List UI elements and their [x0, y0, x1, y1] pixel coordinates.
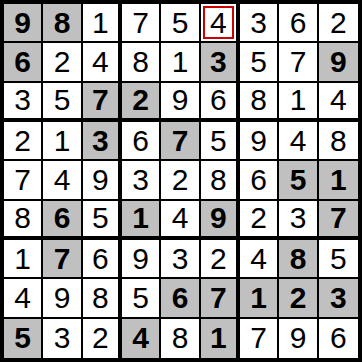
- cell-r9c8[interactable]: 9: [279, 319, 318, 358]
- cell-r1c8[interactable]: 6: [279, 4, 318, 43]
- cell-digit: 8: [54, 8, 71, 38]
- cell-r8c5[interactable]: 6: [161, 279, 200, 318]
- cell-r7c7[interactable]: 4: [240, 240, 279, 279]
- cell-digit: 8: [172, 323, 189, 353]
- cell-digit: 4: [14, 283, 31, 313]
- cell-digit: 9: [92, 165, 109, 195]
- cell-r1c1[interactable]: 9: [4, 4, 43, 43]
- cell-r9c2[interactable]: 3: [43, 319, 82, 358]
- cell-digit: 7: [54, 244, 71, 274]
- cell-r3c9[interactable]: 4: [319, 83, 358, 122]
- cell-r6c8[interactable]: 3: [279, 201, 318, 240]
- cell-digit: 9: [172, 85, 189, 115]
- cell-digit: 6: [132, 126, 149, 156]
- cell-r4c6[interactable]: 5: [201, 122, 240, 161]
- cell-r1c2[interactable]: 8: [43, 4, 82, 43]
- cell-digit: 6: [250, 165, 267, 195]
- cell-r1c9[interactable]: 2: [319, 4, 358, 43]
- cell-r5c8[interactable]: 5: [279, 161, 318, 200]
- cell-digit: 5: [330, 244, 347, 274]
- cell-r5c1[interactable]: 7: [4, 161, 43, 200]
- cell-r6c9[interactable]: 7: [319, 201, 358, 240]
- cell-digit: 3: [172, 244, 189, 274]
- cell-digit: 1: [172, 47, 189, 77]
- cell-digit: 6: [210, 85, 227, 115]
- cell-digit: 8: [14, 203, 31, 233]
- cell-digit: 4: [250, 244, 267, 274]
- cell-digit: 6: [54, 203, 71, 233]
- cell-r1c7[interactable]: 3: [240, 4, 279, 43]
- cell-digit: 9: [132, 244, 149, 274]
- cell-digit: 8: [132, 47, 149, 77]
- cell-r4c5[interactable]: 7: [161, 122, 200, 161]
- cell-digit: 5: [172, 8, 189, 38]
- cell-digit: 5: [290, 165, 307, 195]
- cell-r8c6[interactable]: 7: [201, 279, 240, 318]
- cell-digit: 9: [290, 323, 307, 353]
- cell-digit: 3: [290, 203, 307, 233]
- cell-digit: 6: [172, 283, 189, 313]
- cell-r4c4[interactable]: 6: [122, 122, 161, 161]
- cell-digit: 3: [54, 323, 71, 353]
- cell-r7c3[interactable]: 6: [83, 240, 122, 279]
- cell-r6c2[interactable]: 6: [43, 201, 82, 240]
- cell-digit: 3: [330, 283, 347, 313]
- cell-digit: 9: [250, 126, 267, 156]
- cell-r4c2[interactable]: 1: [43, 122, 82, 161]
- cell-r3c1[interactable]: 3: [4, 83, 43, 122]
- cell-digit: 2: [290, 283, 307, 313]
- cell-digit: 1: [14, 244, 31, 274]
- cell-r9c9[interactable]: 6: [319, 319, 358, 358]
- cell-digit: 7: [250, 323, 267, 353]
- cell-digit: 1: [330, 165, 347, 195]
- cell-digit: 2: [172, 165, 189, 195]
- cell-r2c7[interactable]: 5: [240, 43, 279, 82]
- cell-r1c3[interactable]: 1: [83, 4, 122, 43]
- cell-r4c1[interactable]: 2: [4, 122, 43, 161]
- cell-digit: 6: [92, 244, 109, 274]
- cell-digit: 5: [210, 126, 227, 156]
- cell-r1c5[interactable]: 5: [161, 4, 200, 43]
- cell-digit: 9: [330, 47, 347, 77]
- cell-digit: 7: [210, 283, 227, 313]
- cell-r3c8[interactable]: 1: [279, 83, 318, 122]
- cell-digit: 2: [210, 244, 227, 274]
- cell-digit: 8: [250, 85, 267, 115]
- cell-digit: 4: [172, 203, 189, 233]
- cell-r2c2[interactable]: 2: [43, 43, 82, 82]
- cell-r4c9[interactable]: 8: [319, 122, 358, 161]
- sudoku-board: 9817543626248135793572968142136759487493…: [0, 0, 362, 362]
- cell-digit: 2: [330, 8, 347, 38]
- cell-r3c7[interactable]: 8: [240, 83, 279, 122]
- cell-r4c3[interactable]: 3: [83, 122, 122, 161]
- cell-r8c9[interactable]: 3: [319, 279, 358, 318]
- cell-r6c1[interactable]: 8: [4, 201, 43, 240]
- cell-digit: 2: [250, 203, 267, 233]
- cell-digit: 8: [210, 165, 227, 195]
- cell-r5c2[interactable]: 4: [43, 161, 82, 200]
- cell-digit: 9: [210, 203, 227, 233]
- cell-r4c7[interactable]: 9: [240, 122, 279, 161]
- cell-r5c3[interactable]: 9: [83, 161, 122, 200]
- cell-r3c6[interactable]: 6: [201, 83, 240, 122]
- cell-digit: 8: [290, 244, 307, 274]
- cell-r7c4[interactable]: 9: [122, 240, 161, 279]
- cell-digit: 6: [290, 8, 307, 38]
- cell-digit: 5: [250, 47, 267, 77]
- cell-digit: 5: [132, 283, 149, 313]
- cell-digit: 4: [210, 8, 227, 38]
- cell-r2c4[interactable]: 8: [122, 43, 161, 82]
- cell-digit: 1: [92, 8, 109, 38]
- cell-r8c3[interactable]: 8: [83, 279, 122, 318]
- cell-digit: 2: [92, 323, 109, 353]
- cell-r8c2[interactable]: 9: [43, 279, 82, 318]
- cell-digit: 7: [330, 203, 347, 233]
- cell-digit: 3: [210, 47, 227, 77]
- cell-r2c8[interactable]: 7: [279, 43, 318, 82]
- cell-digit: 8: [330, 126, 347, 156]
- cell-r2c9[interactable]: 9: [319, 43, 358, 82]
- cell-digit: 4: [92, 47, 109, 77]
- cell-digit: 1: [250, 283, 267, 313]
- cell-digit: 1: [290, 85, 307, 115]
- cell-r7c9[interactable]: 5: [319, 240, 358, 279]
- cell-digit: 2: [132, 85, 149, 115]
- cell-r2c3[interactable]: 4: [83, 43, 122, 82]
- cell-r6c6[interactable]: 9: [201, 201, 240, 240]
- cell-r3c3[interactable]: 7: [83, 83, 122, 122]
- cell-r5c7[interactable]: 6: [240, 161, 279, 200]
- cell-r3c4[interactable]: 2: [122, 83, 161, 122]
- cell-digit: 7: [132, 8, 149, 38]
- cell-digit: 1: [210, 323, 227, 353]
- cell-digit: 4: [290, 126, 307, 156]
- cell-digit: 9: [54, 283, 71, 313]
- cell-r9c4[interactable]: 4: [122, 319, 161, 358]
- cell-digit: 7: [290, 47, 307, 77]
- cell-digit: 2: [54, 47, 71, 77]
- cell-r5c9[interactable]: 1: [319, 161, 358, 200]
- cell-digit: 3: [92, 126, 109, 156]
- cell-digit: 4: [330, 85, 347, 115]
- cell-r7c1[interactable]: 1: [4, 240, 43, 279]
- cell-digit: 4: [132, 323, 149, 353]
- cell-r7c5[interactable]: 3: [161, 240, 200, 279]
- cell-digit: 6: [14, 47, 31, 77]
- cell-r2c1[interactable]: 6: [4, 43, 43, 82]
- cell-r2c5[interactable]: 1: [161, 43, 200, 82]
- cell-r6c3[interactable]: 5: [83, 201, 122, 240]
- cell-r7c6[interactable]: 2: [201, 240, 240, 279]
- cell-r8c1[interactable]: 4: [4, 279, 43, 318]
- cell-r9c6[interactable]: 1: [201, 319, 240, 358]
- cell-r7c8[interactable]: 8: [279, 240, 318, 279]
- cell-r6c7[interactable]: 2: [240, 201, 279, 240]
- cell-digit: 2: [14, 126, 31, 156]
- cell-digit: 7: [92, 85, 109, 115]
- cell-digit: 3: [14, 85, 31, 115]
- cell-digit: 6: [330, 323, 347, 353]
- cell-r6c4[interactable]: 1: [122, 201, 161, 240]
- cell-digit: 7: [14, 165, 31, 195]
- cell-r5c4[interactable]: 3: [122, 161, 161, 200]
- cell-r9c7[interactable]: 7: [240, 319, 279, 358]
- cell-r1c4[interactable]: 7: [122, 4, 161, 43]
- cell-r3c5[interactable]: 9: [161, 83, 200, 122]
- cell-digit: 5: [92, 203, 109, 233]
- cell-digit: 8: [92, 283, 109, 313]
- cell-digit: 3: [132, 165, 149, 195]
- cell-digit: 4: [54, 165, 71, 195]
- cell-r2c6[interactable]: 3: [201, 43, 240, 82]
- cell-digit: 7: [172, 126, 189, 156]
- cell-digit: 1: [54, 126, 71, 156]
- cell-r9c1[interactable]: 5: [4, 319, 43, 358]
- cell-digit: 9: [14, 8, 31, 38]
- cell-digit: 1: [132, 203, 149, 233]
- cell-digit: 5: [14, 323, 31, 353]
- cell-r8c7[interactable]: 1: [240, 279, 279, 318]
- cell-r3c2[interactable]: 5: [43, 83, 82, 122]
- cell-r1c6[interactable]: 4: [201, 4, 240, 43]
- cell-r6c5[interactable]: 4: [161, 201, 200, 240]
- cell-r5c5[interactable]: 2: [161, 161, 200, 200]
- cell-r4c8[interactable]: 4: [279, 122, 318, 161]
- cell-r7c2[interactable]: 7: [43, 240, 82, 279]
- cell-r5c6[interactable]: 8: [201, 161, 240, 200]
- cell-r9c5[interactable]: 8: [161, 319, 200, 358]
- cell-digit: 3: [250, 8, 267, 38]
- cell-r8c8[interactable]: 2: [279, 279, 318, 318]
- cell-r8c4[interactable]: 5: [122, 279, 161, 318]
- cell-r9c3[interactable]: 2: [83, 319, 122, 358]
- cell-digit: 5: [54, 85, 71, 115]
